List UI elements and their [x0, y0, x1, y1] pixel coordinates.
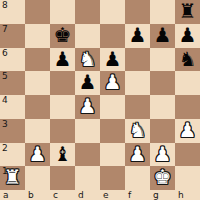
square-e7[interactable]: [100, 24, 125, 48]
square-e8[interactable]: [100, 0, 125, 24]
square-b4[interactable]: [25, 95, 50, 119]
square-f2[interactable]: ♟: [125, 143, 150, 167]
square-g7[interactable]: ♟: [150, 24, 175, 48]
black-knight[interactable]: ♞: [179, 48, 197, 72]
square-d1[interactable]: [75, 166, 100, 190]
file-label-c: c: [50, 190, 75, 200]
square-f6[interactable]: [125, 48, 150, 72]
black-pawn[interactable]: ♟: [79, 71, 97, 95]
file-label-b: b: [25, 190, 50, 200]
black-king[interactable]: ♚: [54, 24, 72, 48]
square-c8[interactable]: [50, 0, 75, 24]
file-label-d: d: [75, 190, 100, 200]
white-king[interactable]: ♚: [154, 166, 172, 190]
square-b3[interactable]: [25, 119, 50, 143]
square-e1[interactable]: [100, 166, 125, 190]
square-d3[interactable]: [75, 119, 100, 143]
rank-label-6: 6: [2, 49, 8, 58]
square-h3[interactable]: ♟: [175, 119, 200, 143]
white-rook[interactable]: ♜: [4, 166, 22, 190]
white-pawn[interactable]: ♟: [179, 119, 197, 143]
square-c4[interactable]: [50, 95, 75, 119]
white-pawn[interactable]: ♟: [29, 143, 47, 167]
white-pawn[interactable]: ♟: [104, 71, 122, 95]
black-pawn[interactable]: ♟: [129, 24, 147, 48]
file-label-g: g: [150, 190, 175, 200]
square-d2[interactable]: [75, 143, 100, 167]
square-h5[interactable]: [175, 71, 200, 95]
file-label-h: h: [175, 190, 200, 200]
square-h1[interactable]: [175, 166, 200, 190]
rank-label-3: 3: [2, 120, 8, 129]
rank-label-5: 5: [2, 72, 8, 81]
square-g4[interactable]: [150, 95, 175, 119]
square-g6[interactable]: [150, 48, 175, 72]
black-pawn[interactable]: ♟: [54, 48, 72, 72]
square-b7[interactable]: [25, 24, 50, 48]
square-b2[interactable]: ♟: [25, 143, 50, 167]
square-a3[interactable]: 3: [0, 119, 25, 143]
square-a7[interactable]: 7: [0, 24, 25, 48]
file-label-e: e: [100, 190, 125, 200]
square-e5[interactable]: ♟: [100, 71, 125, 95]
square-e4[interactable]: [100, 95, 125, 119]
square-b6[interactable]: [25, 48, 50, 72]
square-f8[interactable]: [125, 0, 150, 24]
rank-label-2: 2: [2, 144, 8, 153]
white-knight[interactable]: ♞: [129, 119, 147, 143]
square-c2[interactable]: ♝: [50, 143, 75, 167]
square-c7[interactable]: ♚: [50, 24, 75, 48]
black-bishop[interactable]: ♝: [54, 143, 72, 167]
square-d7[interactable]: [75, 24, 100, 48]
square-d5[interactable]: ♟: [75, 71, 100, 95]
square-c3[interactable]: [50, 119, 75, 143]
square-a2[interactable]: 2: [0, 143, 25, 167]
square-f7[interactable]: ♟: [125, 24, 150, 48]
square-h4[interactable]: [175, 95, 200, 119]
square-h2[interactable]: [175, 143, 200, 167]
square-h7[interactable]: ♟: [175, 24, 200, 48]
square-h6[interactable]: ♞: [175, 48, 200, 72]
rank-label-8: 8: [2, 1, 8, 10]
black-pawn[interactable]: ♟: [179, 24, 197, 48]
square-b1[interactable]: [25, 166, 50, 190]
square-f1[interactable]: [125, 166, 150, 190]
square-d8[interactable]: [75, 0, 100, 24]
square-g1[interactable]: ♚: [150, 166, 175, 190]
square-f5[interactable]: [125, 71, 150, 95]
square-e6[interactable]: ♟: [100, 48, 125, 72]
white-knight[interactable]: ♞: [79, 48, 97, 72]
square-g5[interactable]: [150, 71, 175, 95]
square-a5[interactable]: 5: [0, 71, 25, 95]
black-pawn[interactable]: ♟: [104, 48, 122, 72]
square-d6[interactable]: ♞: [75, 48, 100, 72]
white-pawn[interactable]: ♟: [154, 143, 172, 167]
square-c1[interactable]: [50, 166, 75, 190]
square-a6[interactable]: 6: [0, 48, 25, 72]
white-pawn[interactable]: ♟: [79, 95, 97, 119]
square-g8[interactable]: [150, 0, 175, 24]
square-e3[interactable]: [100, 119, 125, 143]
square-c5[interactable]: [50, 71, 75, 95]
square-a4[interactable]: 4: [0, 95, 25, 119]
rank-label-4: 4: [2, 96, 8, 105]
white-pawn[interactable]: ♟: [129, 143, 147, 167]
file-label-a: a: [0, 190, 25, 200]
file-labels: abcdefgh: [0, 190, 200, 200]
chess-diagram: 8♜7♚♟♟♟6♟♞♟♞5♟♟4♟3♞♟2♟♝♟♟1♜♚ abcdefgh: [0, 0, 200, 200]
square-d4[interactable]: ♟: [75, 95, 100, 119]
file-label-f: f: [125, 190, 150, 200]
black-rook[interactable]: ♜: [179, 0, 197, 24]
square-e2[interactable]: [100, 143, 125, 167]
black-pawn[interactable]: ♟: [154, 24, 172, 48]
square-h8[interactable]: ♜: [175, 0, 200, 24]
square-g3[interactable]: [150, 119, 175, 143]
square-f3[interactable]: ♞: [125, 119, 150, 143]
square-g2[interactable]: ♟: [150, 143, 175, 167]
square-f4[interactable]: [125, 95, 150, 119]
square-a1[interactable]: 1♜: [0, 166, 25, 190]
square-c6[interactable]: ♟: [50, 48, 75, 72]
rank-label-7: 7: [2, 25, 8, 34]
square-b5[interactable]: [25, 71, 50, 95]
square-a8[interactable]: 8: [0, 0, 25, 24]
chess-board: 8♜7♚♟♟♟6♟♞♟♞5♟♟4♟3♞♟2♟♝♟♟1♜♚: [0, 0, 200, 190]
square-b8[interactable]: [25, 0, 50, 24]
